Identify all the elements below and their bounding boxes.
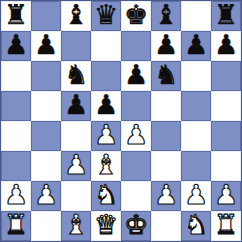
black-pawn[interactable]: ♟ [4, 31, 28, 60]
square-e5[interactable] [121, 91, 151, 121]
square-d2[interactable]: ♞ [91, 181, 121, 211]
black-knight[interactable]: ♞ [64, 61, 88, 90]
square-h1[interactable]: ♜ [211, 211, 241, 241]
black-pawn[interactable]: ♟ [34, 31, 58, 60]
black-pawn[interactable]: ♟ [214, 31, 238, 60]
square-h3[interactable] [211, 151, 241, 181]
square-e1[interactable]: ♚ [121, 211, 151, 241]
square-h4[interactable] [211, 121, 241, 151]
square-f6[interactable]: ♞ [151, 61, 181, 91]
white-bishop[interactable]: ♝ [94, 151, 118, 180]
black-pawn[interactable]: ♟ [184, 31, 208, 60]
white-pawn[interactable]: ♟ [214, 181, 238, 210]
black-pawn[interactable]: ♟ [124, 61, 148, 90]
black-bishop[interactable]: ♝ [64, 1, 88, 30]
square-c2[interactable] [61, 181, 91, 211]
square-g4[interactable] [181, 121, 211, 151]
square-a7[interactable]: ♟ [1, 31, 31, 61]
square-b2[interactable]: ♟ [31, 181, 61, 211]
white-pawn[interactable]: ♟ [124, 121, 148, 150]
black-king[interactable]: ♚ [124, 1, 148, 30]
square-g1[interactable]: ♞ [181, 211, 211, 241]
square-c6[interactable]: ♞ [61, 61, 91, 91]
white-knight[interactable]: ♞ [94, 181, 118, 210]
square-e7[interactable] [121, 31, 151, 61]
black-queen[interactable]: ♛ [94, 1, 118, 30]
white-bishop[interactable]: ♝ [64, 211, 88, 240]
square-f2[interactable]: ♟ [151, 181, 181, 211]
square-b4[interactable] [31, 121, 61, 151]
square-h5[interactable] [211, 91, 241, 121]
square-c1[interactable]: ♝ [61, 211, 91, 241]
square-d5[interactable]: ♟ [91, 91, 121, 121]
square-g5[interactable] [181, 91, 211, 121]
square-h8[interactable]: ♜ [211, 1, 241, 31]
square-g6[interactable] [181, 61, 211, 91]
white-pawn[interactable]: ♟ [154, 181, 178, 210]
square-f7[interactable]: ♟ [151, 31, 181, 61]
black-rook[interactable]: ♜ [4, 1, 28, 30]
square-a5[interactable] [1, 91, 31, 121]
white-rook[interactable]: ♜ [4, 211, 28, 240]
square-d7[interactable] [91, 31, 121, 61]
square-f1[interactable] [151, 211, 181, 241]
square-b7[interactable]: ♟ [31, 31, 61, 61]
black-pawn[interactable]: ♟ [94, 91, 118, 120]
square-b6[interactable] [31, 61, 61, 91]
square-e6[interactable]: ♟ [121, 61, 151, 91]
square-g3[interactable] [181, 151, 211, 181]
square-c8[interactable]: ♝ [61, 1, 91, 31]
black-knight[interactable]: ♞ [154, 61, 178, 90]
square-e2[interactable] [121, 181, 151, 211]
square-c5[interactable]: ♟ [61, 91, 91, 121]
black-bishop[interactable]: ♝ [154, 1, 178, 30]
square-h7[interactable]: ♟ [211, 31, 241, 61]
square-f3[interactable] [151, 151, 181, 181]
square-h2[interactable]: ♟ [211, 181, 241, 211]
black-pawn[interactable]: ♟ [64, 91, 88, 120]
square-e8[interactable]: ♚ [121, 1, 151, 31]
square-a8[interactable]: ♜ [1, 1, 31, 31]
black-pawn[interactable]: ♟ [154, 31, 178, 60]
white-king[interactable]: ♚ [124, 211, 148, 240]
square-a3[interactable] [1, 151, 31, 181]
square-d1[interactable]: ♛ [91, 211, 121, 241]
square-c7[interactable] [61, 31, 91, 61]
square-h6[interactable] [211, 61, 241, 91]
square-d8[interactable]: ♛ [91, 1, 121, 31]
square-g2[interactable]: ♟ [181, 181, 211, 211]
white-knight[interactable]: ♞ [184, 211, 208, 240]
square-f4[interactable] [151, 121, 181, 151]
square-b1[interactable] [31, 211, 61, 241]
white-pawn[interactable]: ♟ [94, 121, 118, 150]
square-d3[interactable]: ♝ [91, 151, 121, 181]
chess-board: ♜♝♛♚♝♜♟♟♟♟♟♞♟♞♟♟♟♟♟♝♟♟♞♟♟♟♜♝♛♚♞♜ [0, 0, 242, 242]
square-f8[interactable]: ♝ [151, 1, 181, 31]
black-rook[interactable]: ♜ [214, 1, 238, 30]
square-g7[interactable]: ♟ [181, 31, 211, 61]
white-pawn[interactable]: ♟ [184, 181, 208, 210]
square-d4[interactable]: ♟ [91, 121, 121, 151]
white-queen[interactable]: ♛ [94, 211, 118, 240]
square-b3[interactable] [31, 151, 61, 181]
white-rook[interactable]: ♜ [214, 211, 238, 240]
white-pawn[interactable]: ♟ [64, 151, 88, 180]
square-a1[interactable]: ♜ [1, 211, 31, 241]
square-a4[interactable] [1, 121, 31, 151]
square-e4[interactable]: ♟ [121, 121, 151, 151]
square-d6[interactable] [91, 61, 121, 91]
square-b8[interactable] [31, 1, 61, 31]
square-b5[interactable] [31, 91, 61, 121]
square-f5[interactable] [151, 91, 181, 121]
square-g8[interactable] [181, 1, 211, 31]
white-pawn[interactable]: ♟ [34, 181, 58, 210]
square-e3[interactable] [121, 151, 151, 181]
white-pawn[interactable]: ♟ [4, 181, 28, 210]
square-c3[interactable]: ♟ [61, 151, 91, 181]
square-c4[interactable] [61, 121, 91, 151]
square-a2[interactable]: ♟ [1, 181, 31, 211]
square-a6[interactable] [1, 61, 31, 91]
